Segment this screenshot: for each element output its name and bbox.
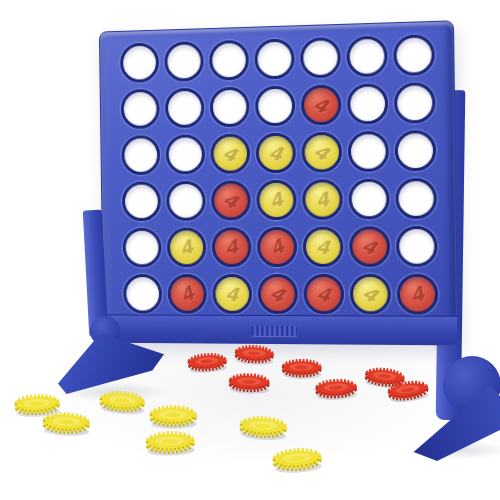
cell-r5c1[interactable] — [123, 228, 162, 268]
cell-r4c4[interactable]: 4 — [256, 180, 296, 220]
cell-r2c3[interactable] — [210, 87, 250, 128]
cell-r3c4[interactable]: 4 — [256, 133, 296, 174]
board-grid: 444444444444444444 — [120, 34, 438, 314]
cell-r5c6[interactable]: 4 — [349, 226, 390, 267]
checker-numeral: 4 — [303, 274, 344, 314]
checker-numeral: 4 — [258, 274, 298, 314]
cell-r2c7[interactable] — [394, 82, 436, 124]
cell-r2c4[interactable] — [255, 85, 295, 126]
cell-r4c2[interactable] — [166, 181, 205, 221]
checker-numeral: 4 — [167, 227, 206, 267]
loose-checker-yellow[interactable] — [94, 388, 150, 417]
checker-numeral: 4 — [302, 180, 342, 220]
checker-numeral: 4 — [350, 274, 391, 315]
board-frame: 444444444444444444 — [99, 20, 459, 345]
checker-numeral: 4 — [257, 227, 297, 267]
checker-numeral: 4 — [397, 274, 439, 315]
checker-numeral: 4 — [349, 226, 390, 267]
checker-numeral: 4 — [212, 228, 251, 267]
checker-numeral: 4 — [168, 274, 207, 314]
cell-r5c3[interactable]: 4 — [212, 227, 252, 267]
cell-r6c4[interactable]: 4 — [258, 274, 298, 314]
checker-numeral: 4 — [301, 132, 342, 173]
loose-checker-red[interactable] — [230, 343, 277, 367]
loose-checker-yellow[interactable] — [234, 414, 291, 443]
checker-numeral: 4 — [210, 133, 250, 173]
cell-r3c7[interactable] — [395, 130, 437, 171]
cell-r3c1[interactable] — [121, 135, 160, 175]
checker-numeral: 4 — [211, 180, 251, 220]
cell-r1c3[interactable] — [209, 40, 249, 81]
loose-checker-yellow[interactable] — [38, 410, 95, 438]
cell-r2c6[interactable] — [347, 83, 388, 124]
cell-r2c2[interactable] — [165, 88, 204, 128]
checker-numeral: 4 — [214, 275, 251, 313]
cell-r4c3[interactable]: 4 — [211, 180, 251, 220]
cell-r1c1[interactable] — [120, 42, 159, 82]
loose-checker-yellow[interactable] — [145, 404, 201, 430]
cell-r5c5[interactable]: 4 — [303, 227, 344, 267]
checker-numeral: 4 — [256, 180, 296, 220]
product-photo-stage: 444444444444444444 — [0, 0, 500, 500]
loose-checker-red[interactable] — [310, 376, 361, 402]
cell-r6c1[interactable] — [123, 274, 162, 313]
bottom-rail — [104, 314, 458, 344]
cell-r2c1[interactable] — [121, 89, 160, 129]
checker-numeral: 4 — [256, 133, 296, 174]
loose-checker-yellow[interactable] — [267, 445, 327, 476]
cell-r4c1[interactable] — [122, 181, 161, 221]
cell-r6c5[interactable]: 4 — [303, 274, 344, 314]
checker-numeral: 4 — [304, 228, 342, 267]
cell-r2c5[interactable]: 4 — [301, 84, 342, 125]
loose-checker-red[interactable] — [225, 371, 274, 396]
loose-checker-red[interactable] — [183, 350, 230, 375]
cell-r1c6[interactable] — [346, 36, 387, 78]
cell-r6c7[interactable]: 4 — [397, 274, 439, 315]
cell-r6c2[interactable]: 4 — [168, 274, 207, 314]
loose-checker-red[interactable] — [278, 358, 325, 380]
cell-r5c2[interactable]: 4 — [167, 227, 206, 267]
cell-r3c6[interactable] — [348, 131, 389, 172]
cell-r5c4[interactable]: 4 — [257, 227, 297, 267]
cell-r4c7[interactable] — [395, 178, 437, 219]
cell-r6c3[interactable]: 4 — [212, 274, 252, 314]
cell-r5c7[interactable] — [396, 226, 438, 267]
cell-r1c7[interactable] — [393, 34, 435, 76]
cell-r1c2[interactable] — [164, 41, 203, 82]
cell-r3c5[interactable]: 4 — [301, 132, 342, 173]
cell-r6c6[interactable]: 4 — [350, 274, 391, 315]
cell-r3c2[interactable] — [166, 134, 205, 174]
checker-numeral: 4 — [301, 84, 342, 125]
release-slider[interactable] — [251, 326, 297, 336]
cell-r4c6[interactable] — [348, 179, 389, 220]
cell-r4c5[interactable]: 4 — [302, 179, 343, 220]
cell-r1c5[interactable] — [300, 37, 341, 78]
cell-r3c3[interactable]: 4 — [210, 133, 250, 173]
loose-checker-yellow[interactable] — [141, 428, 200, 457]
connect-four-stand: 444444444444444444 — [99, 20, 459, 345]
cell-r1c4[interactable] — [254, 38, 294, 79]
